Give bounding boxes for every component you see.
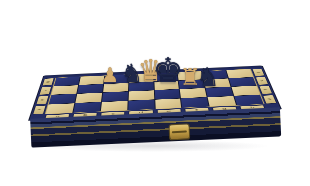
rank-label-left-6: 6 [37,96,49,104]
board-square [128,100,154,111]
brass-latch-icon [170,124,190,139]
scene: 8765 8765 abcdefgh ♟♞♛♚♜♞ [0,0,310,186]
board-square [208,96,236,107]
board-square [46,103,74,114]
ground-shadow [35,140,270,152]
board-square [101,101,128,112]
rank-label-left-8: 8 [43,78,54,85]
board-square [234,95,263,105]
rank-label-left-7: 7 [40,87,51,95]
dark-king: ♚ [153,53,183,87]
rank-label-left-5: 5 [33,105,45,114]
dark-knight: ♞ [196,64,219,90]
board-square [155,98,182,109]
rank-label-right-7: 7 [256,77,268,84]
rank-label-right-6: 6 [259,86,271,94]
board-square [73,102,101,113]
rank-label-right-8: 8 [253,69,265,76]
rank-label-right-5: 5 [263,95,276,103]
chess-set-product-photo: 8765 8765 abcdefgh ♟♞♛♚♜♞ [0,0,310,186]
board-square [181,97,209,108]
light-pawn: ♟ [101,65,119,85]
